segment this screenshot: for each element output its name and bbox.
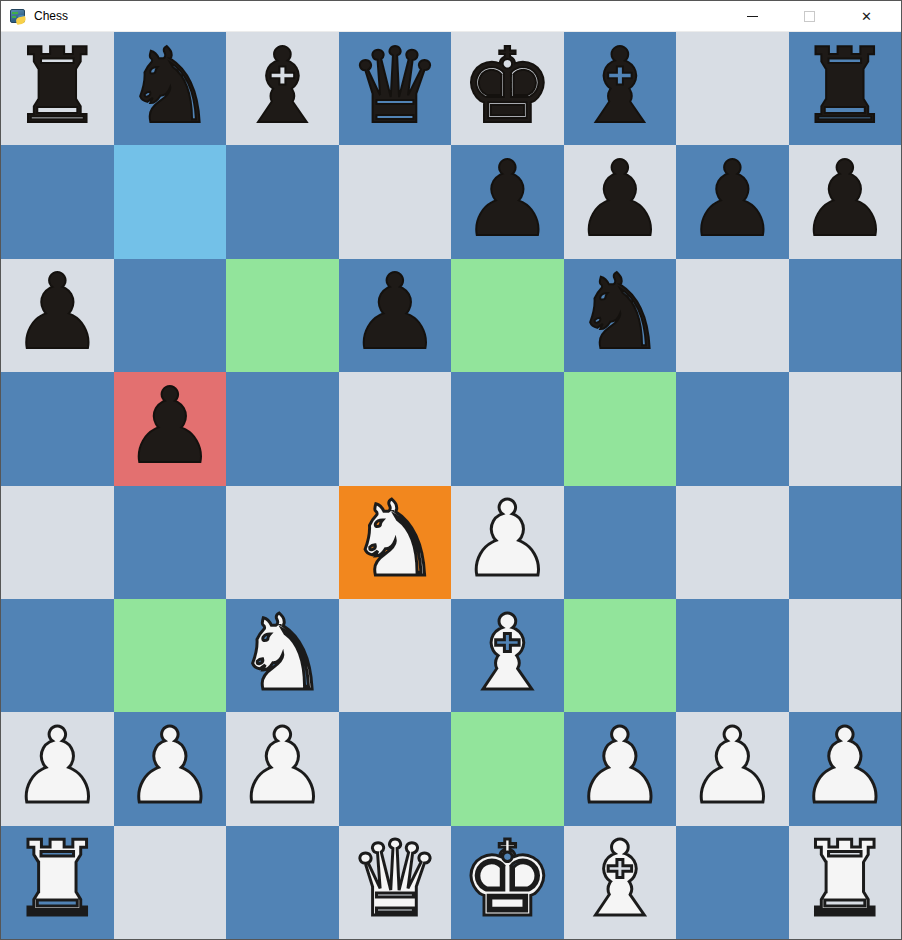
black-pawn: ♟: [11, 260, 104, 364]
square-c3[interactable]: ♞: [226, 599, 339, 712]
square-b3[interactable]: [114, 599, 227, 712]
white-pawn: ♟: [236, 714, 329, 818]
square-c5[interactable]: [226, 372, 339, 485]
square-a3[interactable]: [1, 599, 114, 712]
square-d2[interactable]: [339, 712, 452, 825]
white-pawn: ♟: [573, 714, 666, 818]
black-rook: ♜: [11, 34, 104, 138]
square-g2[interactable]: ♟: [676, 712, 789, 825]
square-b5[interactable]: ♟: [114, 372, 227, 485]
square-e7[interactable]: ♟: [451, 145, 564, 258]
white-pawn: ♟: [798, 714, 891, 818]
square-g4[interactable]: [676, 486, 789, 599]
square-c1[interactable]: [226, 826, 339, 939]
black-pawn: ♟: [573, 147, 666, 251]
square-a1[interactable]: ♜: [1, 826, 114, 939]
square-g7[interactable]: ♟: [676, 145, 789, 258]
white-bishop: ♝: [573, 827, 666, 931]
square-d3[interactable]: [339, 599, 452, 712]
square-b4[interactable]: [114, 486, 227, 599]
square-c4[interactable]: [226, 486, 339, 599]
square-g5[interactable]: [676, 372, 789, 485]
white-pawn: ♟: [461, 487, 554, 591]
square-e3[interactable]: ♝: [451, 599, 564, 712]
white-queen: ♛: [348, 827, 441, 931]
square-a8[interactable]: ♜: [1, 32, 114, 145]
black-pawn: ♟: [798, 147, 891, 251]
white-rook: ♜: [11, 827, 104, 931]
black-pawn: ♟: [686, 147, 779, 251]
square-d4[interactable]: ♞: [339, 486, 452, 599]
square-f3[interactable]: [564, 599, 677, 712]
black-knight: ♞: [123, 34, 216, 138]
square-h7[interactable]: ♟: [789, 145, 902, 258]
square-f6[interactable]: ♞: [564, 259, 677, 372]
minimize-button[interactable]: [724, 1, 781, 31]
square-d7[interactable]: [339, 145, 452, 258]
square-h2[interactable]: ♟: [789, 712, 902, 825]
black-pawn: ♟: [123, 374, 216, 478]
black-pawn: ♟: [348, 260, 441, 364]
square-g6[interactable]: [676, 259, 789, 372]
square-h8[interactable]: ♜: [789, 32, 902, 145]
square-f2[interactable]: ♟: [564, 712, 677, 825]
square-f5[interactable]: [564, 372, 677, 485]
black-king: ♚: [461, 34, 554, 138]
square-g1[interactable]: [676, 826, 789, 939]
black-bishop: ♝: [573, 34, 666, 138]
square-a4[interactable]: [1, 486, 114, 599]
maximize-icon: [804, 11, 815, 22]
square-h5[interactable]: [789, 372, 902, 485]
white-pawn: ♟: [11, 714, 104, 818]
square-e5[interactable]: [451, 372, 564, 485]
square-c8[interactable]: ♝: [226, 32, 339, 145]
square-a2[interactable]: ♟: [1, 712, 114, 825]
window-title: Chess: [34, 9, 68, 23]
white-king: ♚: [461, 827, 554, 931]
square-d8[interactable]: ♛: [339, 32, 452, 145]
square-c2[interactable]: ♟: [226, 712, 339, 825]
black-pawn: ♟: [461, 147, 554, 251]
square-d6[interactable]: ♟: [339, 259, 452, 372]
square-g8[interactable]: [676, 32, 789, 145]
square-c7[interactable]: [226, 145, 339, 258]
square-e2[interactable]: [451, 712, 564, 825]
black-knight: ♞: [573, 260, 666, 364]
square-d5[interactable]: [339, 372, 452, 485]
square-a6[interactable]: ♟: [1, 259, 114, 372]
square-b8[interactable]: ♞: [114, 32, 227, 145]
square-f8[interactable]: ♝: [564, 32, 677, 145]
black-queen: ♛: [348, 34, 441, 138]
white-rook: ♜: [798, 827, 891, 931]
square-h3[interactable]: [789, 599, 902, 712]
square-f4[interactable]: [564, 486, 677, 599]
square-f7[interactable]: ♟: [564, 145, 677, 258]
code-line-icon-part: [12, 12, 18, 14]
square-h6[interactable]: [789, 259, 902, 372]
square-f1[interactable]: ♝: [564, 826, 677, 939]
white-pawn: ♟: [686, 714, 779, 818]
square-e8[interactable]: ♚: [451, 32, 564, 145]
square-e4[interactable]: ♟: [451, 486, 564, 599]
square-e6[interactable]: [451, 259, 564, 372]
app-icon: [10, 9, 26, 24]
square-a7[interactable]: [1, 145, 114, 258]
square-e1[interactable]: ♚: [451, 826, 564, 939]
chess-board: ♜♞♝♛♚♝♜♟♟♟♟♟♟♞♟♞♟♞♝♟♟♟♟♟♟♜♛♚♝♜: [1, 32, 901, 939]
close-icon: ✕: [861, 9, 872, 24]
square-d1[interactable]: ♛: [339, 826, 452, 939]
code-line-icon-part: [12, 16, 16, 18]
chess-window: Chess ✕ ♜♞♝♛♚♝♜♟♟♟♟♟♟♞♟♞♟♞♝♟♟♟♟♟♟♜♛♚♝♜: [0, 0, 902, 940]
square-a5[interactable]: [1, 372, 114, 485]
square-b1[interactable]: [114, 826, 227, 939]
minimize-icon: [747, 16, 758, 17]
square-b6[interactable]: [114, 259, 227, 372]
square-b7[interactable]: [114, 145, 227, 258]
square-h1[interactable]: ♜: [789, 826, 902, 939]
square-h4[interactable]: [789, 486, 902, 599]
white-pawn: ♟: [123, 714, 216, 818]
white-knight: ♞: [348, 487, 441, 591]
white-bishop: ♝: [461, 601, 554, 705]
black-bishop: ♝: [236, 34, 329, 138]
square-c6[interactable]: [226, 259, 339, 372]
black-rook: ♜: [798, 34, 891, 138]
square-b2[interactable]: ♟: [114, 712, 227, 825]
white-knight: ♞: [236, 601, 329, 705]
square-g3[interactable]: [676, 599, 789, 712]
